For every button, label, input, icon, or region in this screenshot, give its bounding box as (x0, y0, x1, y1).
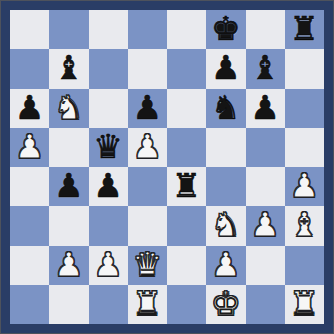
square-d6[interactable]: ♟ (128, 89, 167, 128)
square-a5[interactable]: ♟ (10, 128, 49, 167)
square-f8[interactable]: ♚ (206, 10, 245, 49)
piece-black-pawn[interactable]: ♟ (54, 169, 84, 202)
square-h6[interactable] (285, 89, 324, 128)
piece-black-queen[interactable]: ♛ (93, 130, 123, 163)
piece-white-pawn[interactable]: ♟ (15, 130, 45, 163)
piece-black-pawn[interactable]: ♟ (15, 91, 45, 124)
square-a7[interactable] (10, 49, 49, 88)
square-b6[interactable]: ♞ (49, 89, 88, 128)
piece-white-pawn[interactable]: ♟ (290, 169, 320, 202)
square-b3[interactable] (49, 206, 88, 245)
square-g5[interactable] (246, 128, 285, 167)
square-d4[interactable] (128, 167, 167, 206)
piece-black-rook[interactable]: ♜ (172, 169, 202, 202)
square-g4[interactable] (246, 167, 285, 206)
square-f6[interactable]: ♞ (206, 89, 245, 128)
square-e4[interactable]: ♜ (167, 167, 206, 206)
square-c8[interactable] (89, 10, 128, 49)
piece-white-pawn[interactable]: ♟ (54, 248, 84, 281)
square-a3[interactable] (10, 206, 49, 245)
square-b4[interactable]: ♟ (49, 167, 88, 206)
piece-white-knight[interactable]: ♞ (54, 91, 84, 124)
square-c6[interactable] (89, 89, 128, 128)
square-g2[interactable] (246, 246, 285, 285)
piece-white-bishop[interactable]: ♝ (290, 208, 320, 241)
chess-board-frame: ♚♜♝♟♝♟♞♟♞♟♟♛♟♟♟♜♟♞♟♝♟♟♛♟♜♚♜ (0, 0, 334, 334)
square-b7[interactable]: ♝ (49, 49, 88, 88)
square-d8[interactable] (128, 10, 167, 49)
square-h8[interactable]: ♜ (285, 10, 324, 49)
square-c3[interactable] (89, 206, 128, 245)
square-c7[interactable] (89, 49, 128, 88)
square-h5[interactable] (285, 128, 324, 167)
piece-white-rook[interactable]: ♜ (290, 287, 320, 320)
square-g8[interactable] (246, 10, 285, 49)
square-e3[interactable] (167, 206, 206, 245)
square-c1[interactable] (89, 285, 128, 324)
square-e1[interactable] (167, 285, 206, 324)
piece-black-pawn[interactable]: ♟ (93, 169, 123, 202)
chess-board: ♚♜♝♟♝♟♞♟♞♟♟♛♟♟♟♜♟♞♟♝♟♟♛♟♜♚♜ (10, 10, 324, 324)
square-g3[interactable]: ♟ (246, 206, 285, 245)
square-d1[interactable]: ♜ (128, 285, 167, 324)
square-h3[interactable]: ♝ (285, 206, 324, 245)
square-b8[interactable] (49, 10, 88, 49)
square-a2[interactable] (10, 246, 49, 285)
square-h2[interactable] (285, 246, 324, 285)
square-a4[interactable] (10, 167, 49, 206)
piece-black-bishop[interactable]: ♝ (250, 51, 280, 84)
piece-white-pawn[interactable]: ♟ (211, 248, 241, 281)
square-f5[interactable] (206, 128, 245, 167)
piece-black-rook[interactable]: ♜ (290, 12, 320, 45)
square-f3[interactable]: ♞ (206, 206, 245, 245)
square-h4[interactable]: ♟ (285, 167, 324, 206)
piece-white-queen[interactable]: ♛ (133, 248, 163, 281)
square-d2[interactable]: ♛ (128, 246, 167, 285)
square-d3[interactable] (128, 206, 167, 245)
square-c4[interactable]: ♟ (89, 167, 128, 206)
square-d5[interactable]: ♟ (128, 128, 167, 167)
square-a1[interactable] (10, 285, 49, 324)
piece-white-rook[interactable]: ♜ (133, 287, 163, 320)
square-a8[interactable] (10, 10, 49, 49)
piece-white-king[interactable]: ♚ (211, 287, 241, 320)
square-f1[interactable]: ♚ (206, 285, 245, 324)
square-c2[interactable]: ♟ (89, 246, 128, 285)
square-e7[interactable] (167, 49, 206, 88)
square-b2[interactable]: ♟ (49, 246, 88, 285)
piece-white-pawn[interactable]: ♟ (250, 208, 280, 241)
piece-black-pawn[interactable]: ♟ (250, 91, 280, 124)
square-e6[interactable] (167, 89, 206, 128)
square-e2[interactable] (167, 246, 206, 285)
square-h7[interactable] (285, 49, 324, 88)
piece-black-pawn[interactable]: ♟ (211, 51, 241, 84)
square-a6[interactable]: ♟ (10, 89, 49, 128)
square-g6[interactable]: ♟ (246, 89, 285, 128)
square-b5[interactable] (49, 128, 88, 167)
square-b1[interactable] (49, 285, 88, 324)
piece-black-knight[interactable]: ♞ (211, 91, 241, 124)
square-f4[interactable] (206, 167, 245, 206)
piece-black-pawn[interactable]: ♟ (133, 91, 163, 124)
square-g7[interactable]: ♝ (246, 49, 285, 88)
square-d7[interactable] (128, 49, 167, 88)
square-f7[interactable]: ♟ (206, 49, 245, 88)
square-g1[interactable] (246, 285, 285, 324)
square-c5[interactable]: ♛ (89, 128, 128, 167)
square-e5[interactable] (167, 128, 206, 167)
square-f2[interactable]: ♟ (206, 246, 245, 285)
square-e8[interactable] (167, 10, 206, 49)
square-h1[interactable]: ♜ (285, 285, 324, 324)
piece-black-king[interactable]: ♚ (211, 12, 241, 45)
piece-white-knight[interactable]: ♞ (211, 208, 241, 241)
piece-white-pawn[interactable]: ♟ (133, 130, 163, 163)
piece-white-pawn[interactable]: ♟ (93, 248, 123, 281)
piece-black-bishop[interactable]: ♝ (54, 51, 84, 84)
